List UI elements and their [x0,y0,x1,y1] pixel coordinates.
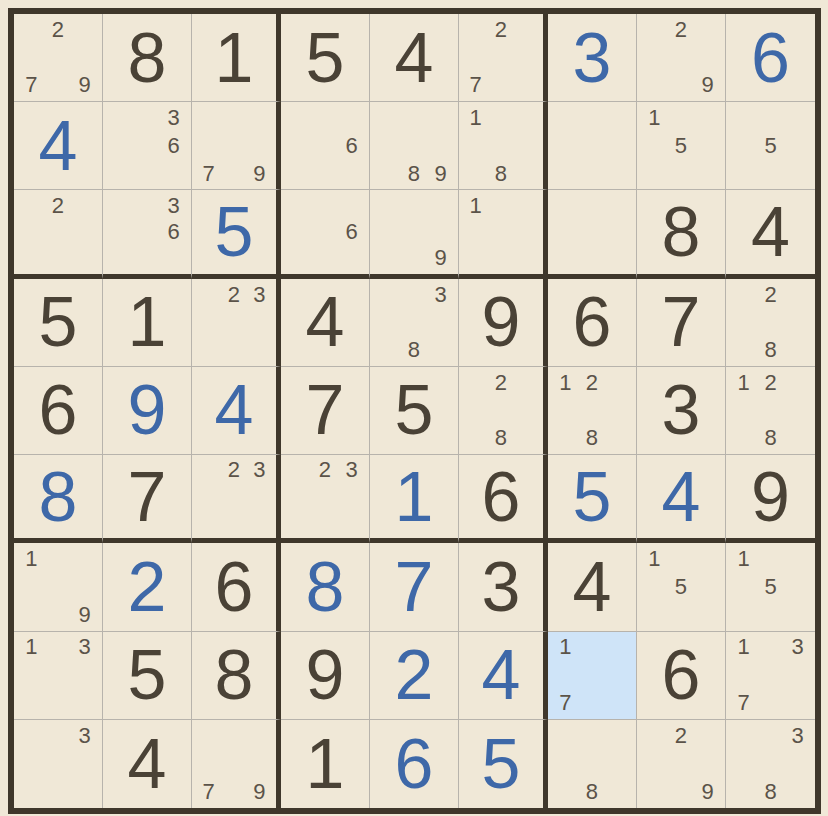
pencil-mark-3: 3 [160,104,187,132]
cell-r3c4[interactable]: 6 [281,190,370,278]
cell-value: 5 [215,197,254,267]
cell-r4c1[interactable]: 5 [14,279,103,367]
pencil-marks: 89 [374,104,454,187]
cell-r4c4[interactable]: 4 [281,279,370,367]
cell-value: 5 [482,729,521,799]
pencil-mark-1: 1 [463,192,488,218]
pencil-marks: 15 [641,545,721,628]
pencil-marks: 18 [463,104,539,187]
cell-value: 6 [395,729,434,799]
cell-r3c2[interactable]: 36 [103,190,192,278]
sudoku-app: { "game": "sudoku", "position": ".8154.3… [0,0,828,816]
cell-r9c5[interactable]: 6 [370,720,459,808]
pencil-mark-7: 7 [552,689,579,717]
cell-value: 5 [39,287,78,357]
pencil-marks: 137 [730,634,811,717]
pencil-mark-3: 3 [784,722,811,750]
pencil-marks: 28 [463,369,539,452]
pencil-mark-3: 3 [427,281,454,309]
cell-r1c8[interactable]: 29 [637,14,726,102]
pencil-mark-9: 9 [694,71,721,99]
pencil-marks: 23 [285,457,365,536]
cell-r1c7[interactable]: 3 [548,14,637,102]
pencil-marks: 6 [285,192,365,271]
pencil-marks: 1 [463,192,539,271]
cell-r6c2[interactable]: 7 [103,455,192,543]
cell-r8c2[interactable]: 5 [103,632,192,720]
pencil-mark-2: 2 [45,192,72,218]
cell-r8c4[interactable]: 9 [281,632,370,720]
cell-value: 8 [215,640,254,710]
pencil-mark-5: 5 [757,573,784,601]
cell-r2c6[interactable]: 18 [459,102,548,190]
pencil-marks: 6 [285,104,365,187]
pencil-marks: 2 [18,192,98,271]
pencil-mark-7: 7 [196,778,221,806]
cell-value: 7 [128,462,167,532]
cell-value: 4 [573,552,612,622]
pencil-marks: 79 [196,722,272,806]
pencil-mark-9: 9 [71,601,98,629]
cell-r9c3[interactable]: 79 [192,720,281,808]
cell-r7c4[interactable]: 8 [281,543,370,631]
cell-r1c5[interactable]: 4 [370,14,459,102]
pencil-mark-3: 3 [71,722,98,750]
cell-r4c8[interactable]: 7 [637,279,726,367]
cell-r4c9[interactable]: 28 [726,279,815,367]
cell-value: 3 [482,552,521,622]
cell-r7c7[interactable]: 4 [548,543,637,631]
pencil-mark-1: 1 [641,104,668,132]
cell-r6c3[interactable]: 23 [192,455,281,543]
pencil-marks: 27 [463,16,539,99]
cell-r6c9[interactable]: 9 [726,455,815,543]
cell-value: 8 [128,23,167,93]
pencil-marks: 28 [730,281,811,364]
cell-value: 9 [306,640,345,710]
cell-value: 9 [128,375,167,445]
cell-r3c1[interactable]: 2 [14,190,103,278]
cell-r9c2[interactable]: 4 [103,720,192,808]
cell-r5c1[interactable]: 6 [14,367,103,455]
cell-value: 6 [662,640,701,710]
cell-r9c1[interactable]: 3 [14,720,103,808]
pencil-mark-3: 3 [784,634,811,662]
pencil-marks: 15 [730,545,811,628]
cell-value: 5 [573,462,612,532]
cell-value: 1 [306,729,345,799]
cell-r6c8[interactable]: 4 [637,455,726,543]
pencil-mark-2: 2 [579,369,606,397]
pencil-marks: 9 [374,192,454,271]
cell-r9c6[interactable]: 5 [459,720,548,808]
cell-r5c3[interactable]: 4 [192,367,281,455]
cell-r4c6[interactable]: 9 [459,279,548,367]
cell-r1c4[interactable]: 5 [281,14,370,102]
pencil-marks: 23 [196,457,272,536]
pencil-mark-5: 5 [668,132,695,160]
pencil-mark-9: 9 [247,160,272,188]
pencil-mark-1: 1 [730,545,757,573]
cell-r7c3[interactable]: 6 [192,543,281,631]
cell-value: 6 [751,23,790,93]
cell-r5c8[interactable]: 3 [637,367,726,455]
pencil-marks: 15 [641,104,721,187]
pencil-marks: 13 [18,634,98,717]
pencil-mark-8: 8 [757,424,784,452]
cell-value: 5 [395,375,434,445]
cell-r8c1[interactable]: 13 [14,632,103,720]
pencil-mark-3: 3 [71,634,98,662]
cell-value: 6 [482,462,521,532]
cell-r1c6[interactable]: 27 [459,14,548,102]
cell-r9c7[interactable]: 8 [548,720,637,808]
cell-value: 4 [662,462,701,532]
pencil-mark-7: 7 [18,71,45,99]
cell-value: 4 [751,197,790,267]
cell-r3c8[interactable]: 8 [637,190,726,278]
cell-r4c5[interactable]: 38 [370,279,459,367]
cell-value: 7 [662,287,701,357]
pencil-mark-1: 1 [641,545,668,573]
cell-r6c4[interactable]: 23 [281,455,370,543]
pencil-mark-1: 1 [552,634,579,662]
cell-r1c2[interactable]: 8 [103,14,192,102]
cell-value: 2 [395,640,434,710]
cell-r1c1[interactable]: 279 [14,14,103,102]
cell-r2c7[interactable] [548,102,637,190]
pencil-mark-6: 6 [160,132,187,160]
cell-r2c1[interactable]: 4 [14,102,103,190]
pencil-mark-3: 3 [338,457,365,483]
cell-value: 9 [482,287,521,357]
cell-r5c6[interactable]: 28 [459,367,548,455]
pencil-mark-1: 1 [18,634,45,662]
cell-r6c7[interactable]: 5 [548,455,637,543]
cell-r3c7[interactable] [548,190,637,278]
cell-r8c8[interactable]: 6 [637,632,726,720]
pencil-marks: 29 [641,16,721,99]
cell-r9c9[interactable]: 38 [726,720,815,808]
pencil-mark-3: 3 [247,457,272,483]
cell-value: 4 [306,287,345,357]
pencil-marks: 38 [374,281,454,364]
pencil-marks: 3 [18,722,98,806]
pencil-mark-1: 1 [552,369,579,397]
cell-value: 4 [128,729,167,799]
cell-r2c5[interactable]: 89 [370,102,459,190]
cell-r8c5[interactable]: 2 [370,632,459,720]
pencil-mark-5: 5 [668,573,695,601]
pencil-marks: 128 [730,369,811,452]
cell-r5c4[interactable]: 7 [281,367,370,455]
pencil-mark-7: 7 [463,71,488,99]
cell-value: 4 [39,111,78,181]
pencil-mark-7: 7 [196,160,221,188]
cell-r2c4[interactable]: 6 [281,102,370,190]
pencil-mark-2: 2 [312,457,339,483]
cell-r6c1[interactable]: 8 [14,455,103,543]
cell-r1c3[interactable]: 1 [192,14,281,102]
pencil-mark-1: 1 [730,634,757,662]
pencil-marks: 38 [730,722,811,806]
pencil-marks: 36 [107,192,187,271]
pencil-marks: 17 [552,634,632,717]
cell-r3c9[interactable]: 4 [726,190,815,278]
cell-value: 5 [128,640,167,710]
pencil-mark-9: 9 [427,160,454,188]
cell-value: 6 [215,552,254,622]
pencil-marks: 36 [107,104,187,187]
pencil-mark-6: 6 [160,219,187,245]
cell-r3c5[interactable]: 9 [370,190,459,278]
pencil-mark-6: 6 [338,132,365,160]
pencil-mark-9: 9 [247,778,272,806]
cell-r2c3[interactable]: 79 [192,102,281,190]
cell-r8c9[interactable]: 137 [726,632,815,720]
cell-r5c5[interactable]: 5 [370,367,459,455]
cell-value: 8 [662,197,701,267]
pencil-marks: 8 [552,722,632,806]
pencil-mark-2: 2 [221,281,246,309]
cell-r2c8[interactable]: 15 [637,102,726,190]
pencil-mark-2: 2 [757,369,784,397]
cell-value: 9 [751,462,790,532]
cell-value: 4 [395,23,434,93]
cell-r3c3[interactable]: 5 [192,190,281,278]
cell-value: 3 [573,23,612,93]
pencil-mark-2: 2 [488,369,513,397]
cell-r2c2[interactable]: 36 [103,102,192,190]
pencil-mark-3: 3 [160,192,187,218]
cell-value: 7 [306,375,345,445]
pencil-mark-9: 9 [427,245,454,271]
cell-value: 6 [573,287,612,357]
cell-r5c2[interactable]: 9 [103,367,192,455]
pencil-marks: 23 [196,281,272,364]
cell-r6c6[interactable]: 6 [459,455,548,543]
pencil-mark-2: 2 [221,457,246,483]
cell-value: 3 [662,375,701,445]
pencil-mark-2: 2 [668,722,695,750]
cell-value: 2 [128,552,167,622]
pencil-mark-7: 7 [730,689,757,717]
cell-r7c9[interactable]: 15 [726,543,815,631]
pencil-marks: 5 [730,104,811,187]
cell-r9c4[interactable]: 1 [281,720,370,808]
cell-r5c9[interactable]: 128 [726,367,815,455]
cell-r7c2[interactable]: 2 [103,543,192,631]
pencil-mark-5: 5 [757,132,784,160]
cell-r5c7[interactable]: 128 [548,367,637,455]
cell-r9c8[interactable]: 29 [637,720,726,808]
cell-r7c6[interactable]: 3 [459,543,548,631]
cell-r7c8[interactable]: 15 [637,543,726,631]
pencil-mark-1: 1 [730,369,757,397]
cell-value: 4 [215,375,254,445]
pencil-mark-9: 9 [71,71,98,99]
pencil-mark-8: 8 [488,424,513,452]
cell-r4c3[interactable]: 23 [192,279,281,367]
cell-value: 1 [128,287,167,357]
pencil-marks: 29 [641,722,721,806]
cell-r4c2[interactable]: 1 [103,279,192,367]
cell-value: 6 [39,375,78,445]
pencil-mark-2: 2 [757,281,784,309]
cell-r3c6[interactable]: 1 [459,190,548,278]
cell-r7c5[interactable]: 7 [370,543,459,631]
cell-r8c3[interactable]: 8 [192,632,281,720]
cell-r2c9[interactable]: 5 [726,102,815,190]
pencil-mark-8: 8 [579,424,606,452]
cell-value: 4 [482,640,521,710]
cell-r8c6[interactable]: 4 [459,632,548,720]
cell-value: 5 [306,23,345,93]
cell-value: 7 [395,552,434,622]
pencil-mark-3: 3 [247,281,272,309]
cell-r1c9[interactable]: 6 [726,14,815,102]
cell-r4c7[interactable]: 6 [548,279,637,367]
cell-value: 1 [215,23,254,93]
cell-r6c5[interactable]: 1 [370,455,459,543]
pencil-mark-8: 8 [757,336,784,364]
cell-value: 1 [395,462,434,532]
pencil-mark-1: 1 [18,545,45,573]
pencil-mark-2: 2 [488,16,513,44]
pencil-mark-9: 9 [694,778,721,806]
pencil-marks: 279 [18,16,98,99]
pencil-mark-8: 8 [757,778,784,806]
pencil-mark-2: 2 [668,16,695,44]
pencil-marks: 128 [552,369,632,452]
pencil-mark-8: 8 [401,160,428,188]
pencil-mark-6: 6 [338,219,365,245]
pencil-marks: 79 [196,104,272,187]
cell-value: 8 [39,462,78,532]
pencil-mark-8: 8 [579,778,606,806]
cell-value: 8 [306,552,345,622]
pencil-marks: 19 [18,545,98,628]
cell-r8c7[interactable]: 17 [548,632,637,720]
pencil-mark-2: 2 [45,16,72,44]
pencil-mark-1: 1 [463,104,488,132]
pencil-mark-8: 8 [401,336,428,364]
sudoku-board: 2798154273296436796891815523656918451234… [8,8,821,814]
cell-r7c1[interactable]: 19 [14,543,103,631]
pencil-mark-8: 8 [488,160,513,188]
